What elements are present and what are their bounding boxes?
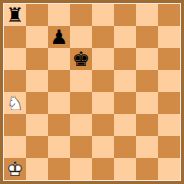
square-d8[interactable] <box>70 4 92 26</box>
square-e3[interactable] <box>92 114 114 136</box>
square-b1[interactable] <box>26 158 48 180</box>
square-g5[interactable] <box>136 70 158 92</box>
square-b7[interactable] <box>26 26 48 48</box>
square-a1[interactable]: ♚♔ <box>4 158 26 180</box>
square-c8[interactable] <box>48 4 70 26</box>
white-king-fill: ♚ <box>4 158 26 180</box>
square-h2[interactable] <box>158 136 180 158</box>
square-e8[interactable] <box>92 4 114 26</box>
square-d1[interactable] <box>70 158 92 180</box>
square-h7[interactable] <box>158 26 180 48</box>
square-d4[interactable] <box>70 92 92 114</box>
square-c1[interactable] <box>48 158 70 180</box>
square-g6[interactable] <box>136 48 158 70</box>
square-f7[interactable] <box>114 26 136 48</box>
square-b2[interactable] <box>26 136 48 158</box>
square-g7[interactable] <box>136 26 158 48</box>
square-g3[interactable] <box>136 114 158 136</box>
square-f4[interactable] <box>114 92 136 114</box>
white-knight-fill: ♞ <box>4 92 26 114</box>
square-h1[interactable] <box>158 158 180 180</box>
black-rook-piece: ♜ <box>4 4 26 26</box>
square-d7[interactable] <box>70 26 92 48</box>
square-f5[interactable] <box>114 70 136 92</box>
square-c4[interactable] <box>48 92 70 114</box>
square-e4[interactable] <box>92 92 114 114</box>
square-c2[interactable] <box>48 136 70 158</box>
square-e6[interactable] <box>92 48 114 70</box>
square-h8[interactable] <box>158 4 180 26</box>
square-h3[interactable] <box>158 114 180 136</box>
chess-board: ♜♟♚♞♘♚♔ <box>4 4 180 180</box>
square-f6[interactable] <box>114 48 136 70</box>
square-f2[interactable] <box>114 136 136 158</box>
square-e5[interactable] <box>92 70 114 92</box>
square-h4[interactable] <box>158 92 180 114</box>
square-b3[interactable] <box>26 114 48 136</box>
black-king-piece: ♚ <box>70 48 92 70</box>
square-g4[interactable] <box>136 92 158 114</box>
square-c3[interactable] <box>48 114 70 136</box>
square-a7[interactable] <box>4 26 26 48</box>
square-f1[interactable] <box>114 158 136 180</box>
white-king-piece: ♔ <box>4 158 26 180</box>
board-frame: ♜♟♚♞♘♚♔ <box>0 0 184 184</box>
square-a2[interactable] <box>4 136 26 158</box>
square-a5[interactable] <box>4 70 26 92</box>
square-c6[interactable] <box>48 48 70 70</box>
square-d5[interactable] <box>70 70 92 92</box>
square-g1[interactable] <box>136 158 158 180</box>
square-f3[interactable] <box>114 114 136 136</box>
square-f8[interactable] <box>114 4 136 26</box>
square-d6[interactable]: ♚ <box>70 48 92 70</box>
square-a6[interactable] <box>4 48 26 70</box>
square-h6[interactable] <box>158 48 180 70</box>
square-e1[interactable] <box>92 158 114 180</box>
square-d2[interactable] <box>70 136 92 158</box>
square-d3[interactable] <box>70 114 92 136</box>
square-a3[interactable] <box>4 114 26 136</box>
square-g8[interactable] <box>136 4 158 26</box>
square-b8[interactable] <box>26 4 48 26</box>
square-b6[interactable] <box>26 48 48 70</box>
square-a4[interactable]: ♞♘ <box>4 92 26 114</box>
white-knight-piece: ♘ <box>4 92 26 114</box>
square-c5[interactable] <box>48 70 70 92</box>
square-e2[interactable] <box>92 136 114 158</box>
square-g2[interactable] <box>136 136 158 158</box>
black-pawn-piece: ♟ <box>48 26 70 48</box>
square-h5[interactable] <box>158 70 180 92</box>
square-e7[interactable] <box>92 26 114 48</box>
square-c7[interactable]: ♟ <box>48 26 70 48</box>
square-b5[interactable] <box>26 70 48 92</box>
square-b4[interactable] <box>26 92 48 114</box>
square-a8[interactable]: ♜ <box>4 4 26 26</box>
